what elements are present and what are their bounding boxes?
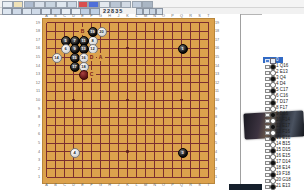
coord-letter-top: J	[115, 14, 123, 18]
stone-black[interactable]: 3	[178, 148, 188, 158]
new-game-icon[interactable]	[2, 1, 13, 8]
coord-letter-bottom: Q	[178, 183, 186, 187]
coord-letter-bottom: B	[52, 183, 60, 187]
bottom-right-bar	[229, 184, 262, 190]
coord-number-right: 9	[215, 107, 224, 111]
options-icon[interactable]	[142, 1, 153, 8]
board-label-A: A	[97, 53, 105, 61]
coord-letter-bottom: A	[43, 183, 51, 187]
coord-letter-top: C	[61, 14, 69, 18]
stone-white[interactable]: 6	[61, 44, 71, 54]
coord-number-right: 2	[215, 167, 224, 171]
coord-letter-bottom: F	[88, 183, 96, 187]
coord-letter-bottom: M	[142, 183, 150, 187]
coord-number-left: 17	[31, 38, 40, 42]
go-editor-window: 22835 AABBCCDDEEFFGGHHJJKKLLMMNNOOPPQQRR…	[0, 0, 304, 190]
print-icon[interactable]	[34, 1, 45, 8]
coord-letter-bottom: R	[187, 183, 195, 187]
open-file-icon[interactable]	[13, 1, 24, 8]
find-position-icon[interactable]	[110, 1, 121, 8]
coord-letter-top: Q	[178, 14, 186, 18]
coord-number-left: 9	[31, 107, 40, 111]
stone-white[interactable]: 14	[52, 53, 62, 63]
grid-vline	[208, 23, 209, 178]
coord-letter-top: R	[187, 14, 195, 18]
coord-letter-top: D	[70, 14, 78, 18]
coord-letter-top: B	[52, 14, 60, 18]
coord-number-left: 19	[31, 21, 40, 25]
coord-number-left: 13	[31, 72, 40, 76]
save-file-icon[interactable]	[24, 1, 35, 8]
coord-number-right: 7	[215, 124, 224, 128]
coord-number-left: 1	[31, 175, 40, 179]
grid-vline	[154, 23, 155, 178]
coord-letter-bottom: T	[205, 183, 213, 187]
coord-letter-top: L	[133, 14, 141, 18]
coord-letter-bottom: N	[151, 183, 159, 187]
coord-letter-top: O	[160, 14, 168, 18]
coord-number-left: 6	[31, 132, 40, 136]
grid-vline	[136, 23, 137, 178]
coord-number-left: 7	[31, 124, 40, 128]
grid-hline	[47, 177, 209, 178]
grid-hline	[47, 143, 209, 144]
coord-number-right: 1	[215, 175, 224, 179]
coord-number-right: 5	[215, 141, 224, 145]
paste-icon[interactable]	[67, 1, 78, 8]
coord-letter-bottom: G	[97, 183, 105, 187]
coord-number-left: 12	[31, 81, 40, 85]
coord-number-left: 16	[31, 46, 40, 50]
coord-letter-top: M	[142, 14, 150, 18]
coord-number-right: 14	[215, 64, 224, 68]
coord-number-right: 6	[215, 132, 224, 136]
coord-number-right: 16	[215, 46, 224, 50]
coord-letter-top: E	[79, 14, 87, 18]
coord-number-left: 2	[31, 167, 40, 171]
coord-letter-top: F	[88, 14, 96, 18]
coord-number-right: 12	[215, 81, 224, 85]
board-label-C: C	[88, 70, 96, 78]
coord-number-right: 4	[215, 150, 224, 154]
coord-letter-bottom: P	[169, 183, 177, 187]
coord-letter-top: A	[43, 14, 51, 18]
grid-vline	[163, 23, 164, 178]
stone-black[interactable]: 19	[88, 27, 98, 37]
coord-number-right: 19	[215, 21, 224, 25]
game-info-icon[interactable]	[99, 1, 110, 8]
coord-number-right: 17	[215, 38, 224, 42]
grid-vline	[172, 23, 173, 178]
coord-number-right: 18	[215, 29, 224, 33]
star-point	[126, 150, 128, 152]
coord-number-right: 3	[215, 158, 224, 162]
coord-letter-top: N	[151, 14, 159, 18]
coord-letter-bottom: J	[115, 183, 123, 187]
coord-letter-top: T	[205, 14, 213, 18]
delete-move-icon[interactable]	[78, 1, 89, 8]
stone-black[interactable]: 1	[178, 44, 188, 54]
star-point	[72, 99, 74, 101]
insert-move-icon[interactable]	[88, 1, 99, 8]
coord-number-left: 5	[31, 141, 40, 145]
star-point	[126, 99, 128, 101]
coord-number-left: 10	[31, 98, 40, 102]
tree-node-label: 21 E13	[276, 183, 290, 189]
coord-number-left: 8	[31, 115, 40, 119]
coord-letter-bottom: E	[79, 183, 87, 187]
coord-letter-bottom: L	[133, 183, 141, 187]
coord-letter-bottom: H	[106, 183, 114, 187]
first-move-icon[interactable]	[2, 8, 12, 15]
coord-letter-top: H	[106, 14, 114, 18]
grid-vline	[199, 23, 200, 178]
copy-icon[interactable]	[56, 1, 67, 8]
board-right-divider[interactable]	[240, 14, 241, 190]
coord-letter-bottom: K	[124, 183, 132, 187]
board-label-B: B	[79, 27, 87, 35]
setup-board-icon[interactable]	[121, 1, 132, 8]
star-point	[180, 99, 182, 101]
coord-letter-top: K	[124, 14, 132, 18]
coord-letter-bottom: O	[160, 183, 168, 187]
cut-icon[interactable]	[45, 1, 56, 8]
mark-tools-icon[interactable]	[132, 1, 143, 8]
coord-number-left: 3	[31, 158, 40, 162]
coord-number-right: 8	[215, 115, 224, 119]
coord-letter-top: G	[97, 14, 105, 18]
grid-hline	[47, 108, 209, 109]
coord-number-left: 11	[31, 89, 40, 93]
back-ten-icon[interactable]	[12, 8, 22, 15]
coord-letter-top: P	[169, 14, 177, 18]
grid-hline	[47, 168, 209, 169]
coord-number-right: 15	[215, 55, 224, 59]
grid-hline	[47, 125, 209, 126]
coord-number-left: 15	[31, 55, 40, 59]
coord-letter-bottom: S	[196, 183, 204, 187]
coord-letter-bottom: D	[70, 183, 78, 187]
stone-white[interactable]: 4	[70, 148, 80, 158]
tree-node-row[interactable]: 21 E13	[263, 183, 304, 189]
coord-letter-bottom: C	[61, 183, 69, 187]
coord-number-left: 4	[31, 150, 40, 154]
coord-number-right: 13	[215, 72, 224, 76]
grid-vline	[145, 23, 146, 178]
previous-move-icon[interactable]	[22, 8, 32, 15]
coord-number-left: 14	[31, 64, 40, 68]
coord-number-right: 10	[215, 98, 224, 102]
coord-number-right: 11	[215, 89, 224, 93]
grid-hline	[47, 117, 209, 118]
tree-stone-icon-black	[270, 184, 276, 190]
grid-hline	[47, 160, 209, 161]
toolbar-counter: 22835	[103, 8, 123, 14]
next-move-icon[interactable]	[31, 8, 41, 15]
coord-number-left: 18	[31, 29, 40, 33]
grid-hline	[47, 134, 209, 135]
stone-white[interactable]: 20	[97, 27, 107, 37]
coord-letter-top: S	[196, 14, 204, 18]
board-label-D: D	[88, 53, 96, 61]
grid-vline	[190, 23, 191, 178]
